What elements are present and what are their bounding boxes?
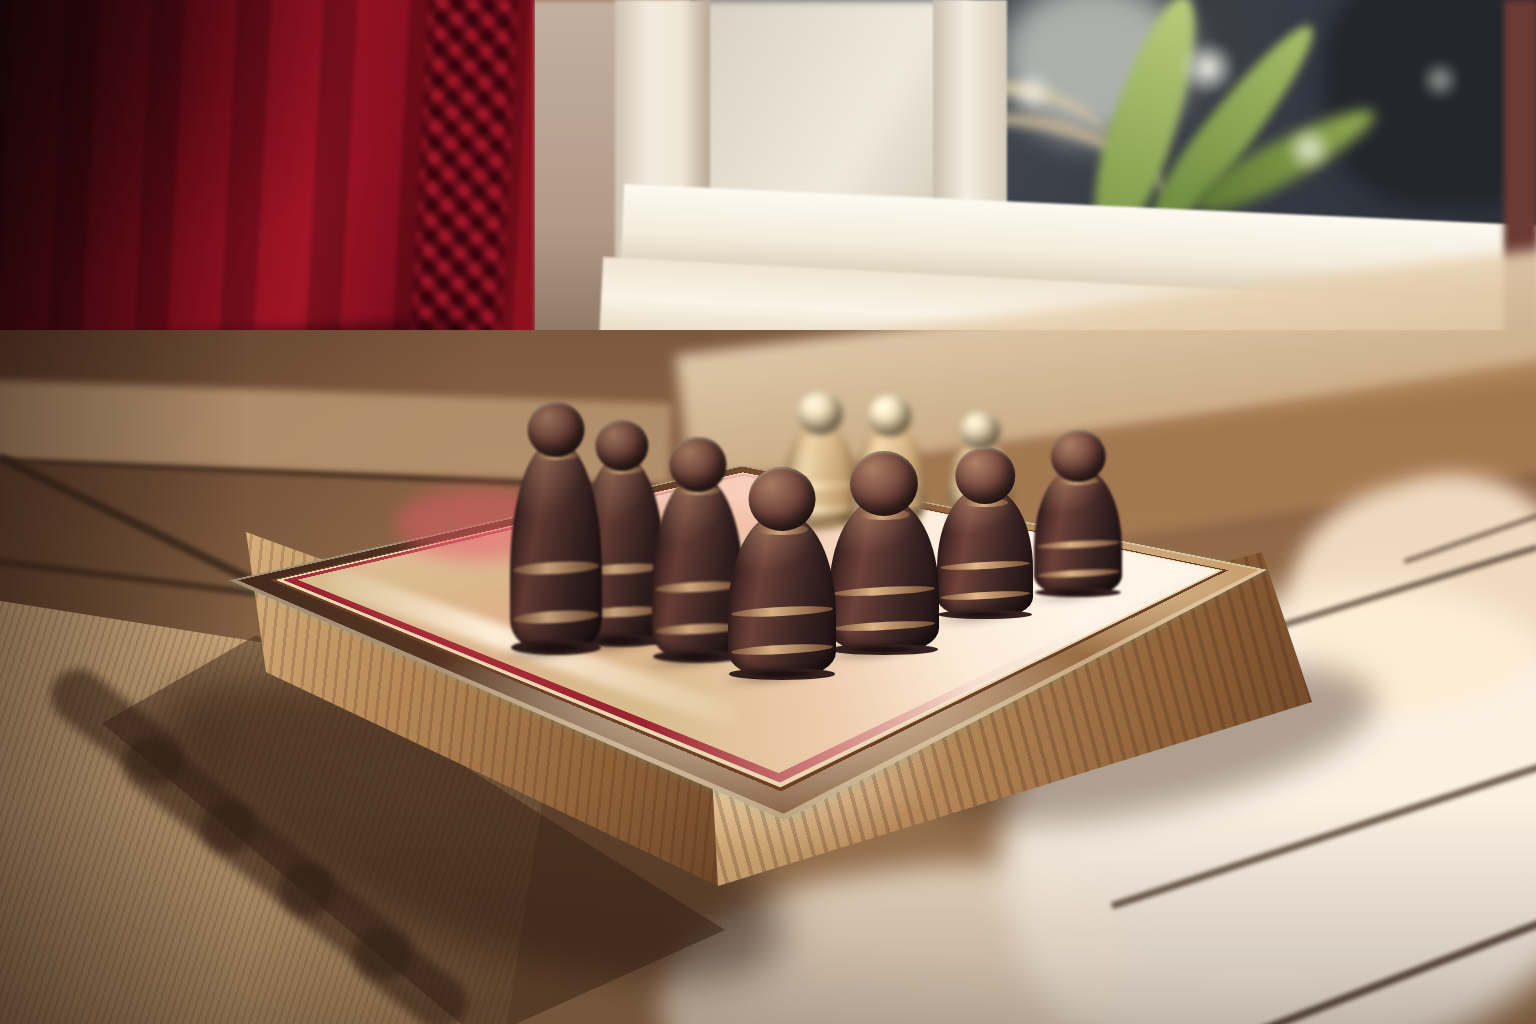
pawn-head	[798, 392, 843, 435]
pawn-band	[832, 619, 936, 633]
pawn-head	[527, 402, 584, 457]
pawn-band	[940, 560, 1030, 572]
pawn-base	[938, 610, 1032, 619]
pawn-base	[511, 640, 601, 655]
pawn-band	[731, 642, 833, 656]
pawn-base	[830, 644, 938, 655]
pawn-band	[1036, 539, 1119, 550]
pawn-dark-g4[interactable]	[937, 447, 1033, 620]
pawn-head	[1051, 430, 1106, 482]
pawn-head	[749, 467, 816, 531]
pawn-band	[940, 590, 1030, 602]
pawn-base	[1035, 588, 1121, 597]
pawn-head	[955, 447, 1015, 504]
pawn-band	[832, 584, 936, 598]
pawn-head	[669, 437, 726, 492]
pawn-body	[937, 488, 1033, 618]
pawn-dark-e6[interactable]	[728, 467, 836, 680]
pawn-body	[510, 442, 602, 653]
pawn-head	[868, 395, 911, 437]
pawn-dark-h3[interactable]	[1034, 430, 1122, 598]
pawn-head	[595, 420, 648, 471]
pawn-dark-f5[interactable]	[829, 451, 939, 655]
pawn-base	[729, 668, 835, 680]
photo-scene	[0, 0, 1536, 1024]
pawn-body	[1034, 468, 1122, 596]
pawn-dark-b4[interactable]	[510, 402, 602, 655]
pawn-body	[829, 499, 939, 653]
pawn-band	[513, 608, 600, 624]
pawn-head	[960, 412, 1000, 450]
pawn-band	[1036, 568, 1119, 579]
pawn-body	[728, 514, 836, 678]
pawn-band	[731, 605, 833, 619]
pawn-band	[513, 560, 600, 576]
